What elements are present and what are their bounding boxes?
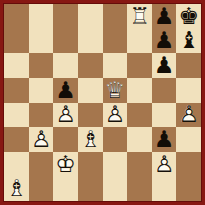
square-f7[interactable] xyxy=(127,29,152,54)
white-king-fill-icon: ♚ xyxy=(53,152,78,177)
chess-board: ♜♖♟♚♟♝♟♟♛♕♟♙♟♙♟♙♟♙♝♗♟♚♔♟♙♝♗ xyxy=(4,4,201,201)
square-b4[interactable] xyxy=(29,103,54,128)
square-f8[interactable]: ♜♖ xyxy=(127,4,152,29)
square-a4[interactable] xyxy=(4,103,29,128)
board-frame: ♜♖♟♚♟♝♟♟♛♕♟♙♟♙♟♙♟♙♝♗♟♚♔♟♙♝♗ xyxy=(0,0,205,205)
white-rook-icon: ♖ xyxy=(127,4,152,29)
square-c1[interactable] xyxy=(53,176,78,201)
square-e5[interactable]: ♛♕ xyxy=(103,78,128,103)
square-h1[interactable] xyxy=(176,176,201,201)
white-queen-fill-icon: ♛ xyxy=(103,78,128,103)
square-c7[interactable] xyxy=(53,29,78,54)
square-e1[interactable] xyxy=(103,176,128,201)
square-d8[interactable] xyxy=(78,4,103,29)
white-rook-fill-icon: ♜ xyxy=(127,4,152,29)
white-pawn-fill-icon: ♟ xyxy=(53,103,78,128)
white-pawn-fill-icon: ♟ xyxy=(176,103,201,128)
square-g7[interactable]: ♟ xyxy=(152,29,177,54)
white-pawn-fill-icon: ♟ xyxy=(152,152,177,177)
square-e8[interactable] xyxy=(103,4,128,29)
square-b5[interactable] xyxy=(29,78,54,103)
square-a1[interactable]: ♝♗ xyxy=(4,176,29,201)
square-b3[interactable]: ♟♙ xyxy=(29,127,54,152)
square-d3[interactable]: ♝♗ xyxy=(78,127,103,152)
square-h2[interactable] xyxy=(176,152,201,177)
square-a6[interactable] xyxy=(4,53,29,78)
white-bishop-icon: ♗ xyxy=(4,176,29,201)
square-g8[interactable]: ♟ xyxy=(152,4,177,29)
square-d4[interactable] xyxy=(78,103,103,128)
square-d7[interactable] xyxy=(78,29,103,54)
square-g1[interactable] xyxy=(152,176,177,201)
square-g2[interactable]: ♟♙ xyxy=(152,152,177,177)
square-e4[interactable]: ♟♙ xyxy=(103,103,128,128)
square-e3[interactable] xyxy=(103,127,128,152)
white-pawn-fill-icon: ♟ xyxy=(103,103,128,128)
square-e6[interactable] xyxy=(103,53,128,78)
square-f3[interactable] xyxy=(127,127,152,152)
square-c2[interactable]: ♚♔ xyxy=(53,152,78,177)
square-c4[interactable]: ♟♙ xyxy=(53,103,78,128)
square-f2[interactable] xyxy=(127,152,152,177)
square-f4[interactable] xyxy=(127,103,152,128)
square-a8[interactable] xyxy=(4,4,29,29)
square-a5[interactable] xyxy=(4,78,29,103)
square-e2[interactable] xyxy=(103,152,128,177)
square-b6[interactable] xyxy=(29,53,54,78)
square-f1[interactable] xyxy=(127,176,152,201)
square-d6[interactable] xyxy=(78,53,103,78)
white-queen-icon: ♕ xyxy=(103,78,128,103)
white-pawn-icon: ♙ xyxy=(103,103,128,128)
square-h5[interactable] xyxy=(176,78,201,103)
white-bishop-fill-icon: ♝ xyxy=(4,176,29,201)
square-f6[interactable] xyxy=(127,53,152,78)
white-king-icon: ♔ xyxy=(53,152,78,177)
square-c3[interactable] xyxy=(53,127,78,152)
square-g6[interactable]: ♟ xyxy=(152,53,177,78)
square-b2[interactable] xyxy=(29,152,54,177)
black-pawn-icon: ♟ xyxy=(152,4,177,29)
square-g4[interactable] xyxy=(152,103,177,128)
square-h7[interactable]: ♝ xyxy=(176,29,201,54)
square-h6[interactable] xyxy=(176,53,201,78)
white-bishop-icon: ♗ xyxy=(78,127,103,152)
white-pawn-fill-icon: ♟ xyxy=(29,127,54,152)
black-pawn-icon: ♟ xyxy=(152,29,177,54)
black-pawn-icon: ♟ xyxy=(53,78,78,103)
black-pawn-icon: ♟ xyxy=(152,127,177,152)
square-b8[interactable] xyxy=(29,4,54,29)
square-g5[interactable] xyxy=(152,78,177,103)
square-g3[interactable]: ♟ xyxy=(152,127,177,152)
square-h3[interactable] xyxy=(176,127,201,152)
square-h4[interactable]: ♟♙ xyxy=(176,103,201,128)
white-pawn-icon: ♙ xyxy=(53,103,78,128)
square-h8[interactable]: ♚ xyxy=(176,4,201,29)
square-d1[interactable] xyxy=(78,176,103,201)
square-b7[interactable] xyxy=(29,29,54,54)
white-pawn-icon: ♙ xyxy=(176,103,201,128)
square-f5[interactable] xyxy=(127,78,152,103)
square-a3[interactable] xyxy=(4,127,29,152)
white-pawn-icon: ♙ xyxy=(29,127,54,152)
square-a2[interactable] xyxy=(4,152,29,177)
square-d5[interactable] xyxy=(78,78,103,103)
square-c6[interactable] xyxy=(53,53,78,78)
square-d2[interactable] xyxy=(78,152,103,177)
square-c5[interactable]: ♟ xyxy=(53,78,78,103)
black-king-icon: ♚ xyxy=(176,4,201,29)
square-e7[interactable] xyxy=(103,29,128,54)
white-pawn-icon: ♙ xyxy=(152,152,177,177)
black-pawn-icon: ♟ xyxy=(152,53,177,78)
square-c8[interactable] xyxy=(53,4,78,29)
black-bishop-icon: ♝ xyxy=(176,29,201,54)
square-b1[interactable] xyxy=(29,176,54,201)
square-a7[interactable] xyxy=(4,29,29,54)
white-bishop-fill-icon: ♝ xyxy=(78,127,103,152)
